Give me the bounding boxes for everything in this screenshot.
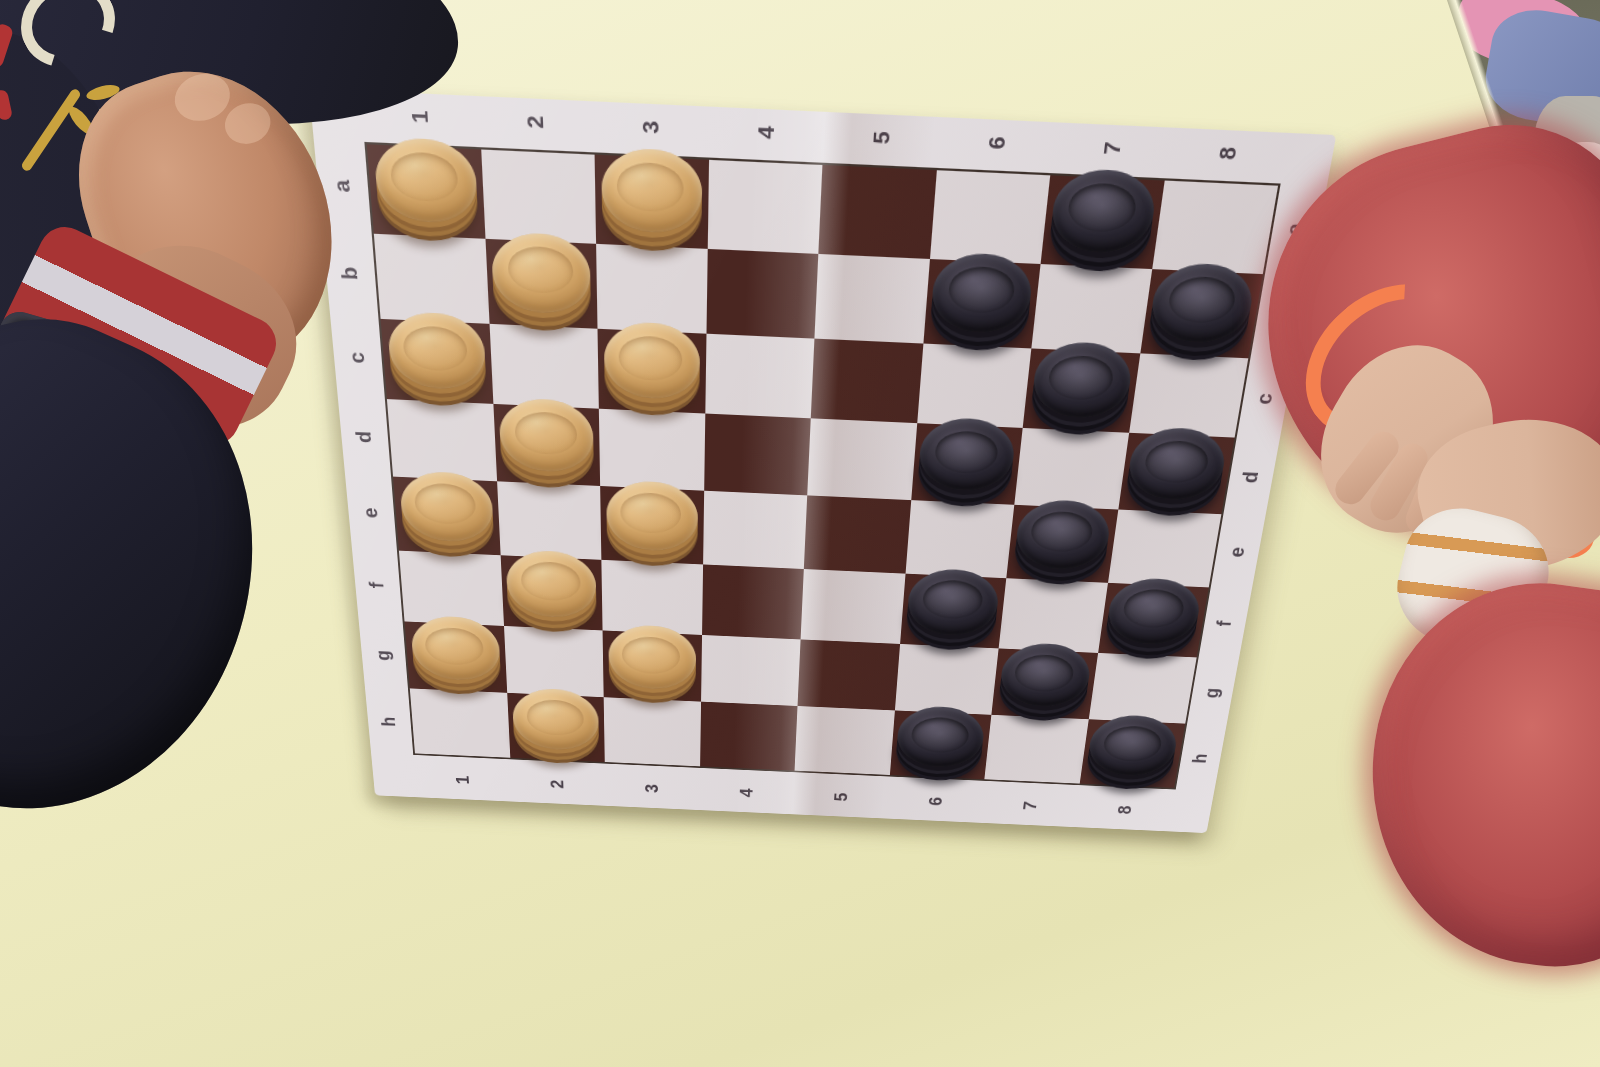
piece-top-dish (514, 410, 577, 455)
square-d4[interactable] (704, 414, 811, 496)
top-file-label-5: 5 (866, 124, 896, 151)
checker-dark-h6[interactable] (896, 705, 987, 769)
checker-light-g3[interactable] (608, 624, 696, 691)
left-rank-label-c: c (342, 346, 371, 370)
square-d6[interactable] (911, 423, 1023, 504)
piece-top-dish (619, 335, 683, 382)
embroidery-gold-leaf (85, 82, 121, 103)
square-e1[interactable] (393, 477, 500, 555)
piece-top-dish (1166, 276, 1238, 324)
square-b4[interactable] (706, 249, 818, 338)
square-h6[interactable] (889, 711, 991, 780)
adult-sleeve-side (0, 7, 182, 484)
square-f4[interactable] (702, 564, 804, 639)
left-rank-label-g: g (370, 645, 396, 665)
piece-top-dish (520, 561, 580, 602)
right-rank-label-e: e (1222, 542, 1251, 563)
adult-striped-cuff (0, 218, 285, 453)
piece-top-dish (390, 152, 459, 203)
checker-dark-g7[interactable] (998, 642, 1093, 708)
top-file-label-2: 2 (520, 109, 550, 136)
square-a6[interactable] (929, 170, 1050, 264)
square-b1[interactable] (374, 233, 489, 323)
left-rank-label-b: b (335, 261, 365, 286)
square-f6[interactable] (900, 573, 1007, 648)
checkers-mat: 1234567812345678abcdefghabcdefgh (309, 88, 1336, 833)
piece-top-dish (1143, 439, 1211, 483)
piece-top-dish (526, 698, 584, 736)
checker-dark-h8[interactable] (1086, 714, 1181, 778)
square-e4[interactable] (703, 491, 808, 569)
square-b6[interactable] (923, 259, 1041, 348)
square-h5[interactable] (795, 706, 895, 775)
coordinate-labels: 1234567812345678abcdefghabcdefgh (309, 88, 1336, 135)
left-rank-label-a: a (327, 173, 357, 199)
square-b3[interactable] (596, 244, 707, 334)
square-d2[interactable] (493, 404, 600, 486)
piece-top-dish (1014, 654, 1076, 693)
square-b2[interactable] (485, 239, 598, 329)
sweater-embroidery (0, 0, 154, 204)
square-c2[interactable] (489, 323, 599, 409)
right-rank-label-f: f (1210, 614, 1239, 634)
photo-scene: 1234567812345678abcdefghabcdefgh (0, 0, 1600, 1067)
square-f5[interactable] (801, 569, 905, 644)
piece-top-dish (922, 579, 984, 620)
piece-top-dish (1030, 511, 1095, 553)
checker-dark-e7[interactable] (1013, 498, 1113, 570)
left-rank-label-h: h (376, 712, 402, 731)
square-f8[interactable] (1098, 583, 1209, 657)
square-e5[interactable] (804, 495, 911, 573)
checker-dark-b6[interactable] (930, 251, 1035, 334)
square-g6[interactable] (894, 643, 998, 715)
piece-top-dish (910, 716, 970, 753)
right-rank-label-h: h (1186, 749, 1213, 768)
square-c5[interactable] (811, 338, 923, 423)
checker-dark-c7[interactable] (1030, 341, 1135, 420)
square-d8[interactable] (1118, 433, 1235, 514)
square-c3[interactable] (597, 328, 705, 414)
checker-dark-a7[interactable] (1048, 168, 1159, 255)
square-c8[interactable] (1129, 353, 1249, 438)
embroidery-red-detail (0, 89, 13, 121)
adult-wrist (69, 217, 323, 457)
square-e6[interactable] (905, 500, 1014, 578)
embroidery-red-detail (0, 22, 14, 69)
checker-dark-f6[interactable] (906, 567, 1001, 636)
left-rank-label-d: d (350, 426, 378, 449)
square-g3[interactable] (603, 630, 702, 702)
piece-top-dish (402, 325, 468, 372)
checker-light-h2[interactable] (512, 687, 599, 751)
top-file-label-8: 8 (1211, 140, 1244, 167)
child-striped-wristband (1386, 496, 1561, 663)
square-f3[interactable] (601, 560, 702, 635)
checker-light-f2[interactable] (505, 549, 596, 619)
piece-top-dish (621, 492, 682, 535)
right-rank-label-d: d (1235, 466, 1265, 488)
square-h7[interactable] (984, 715, 1088, 784)
square-e3[interactable] (600, 486, 704, 564)
checker-light-a3[interactable] (601, 147, 702, 235)
square-a7[interactable] (1041, 175, 1165, 268)
piece-top-dish (617, 162, 684, 213)
square-g7[interactable] (991, 648, 1097, 719)
top-file-label-6: 6 (981, 130, 1012, 157)
wristwatch (0, 307, 90, 499)
bottom-file-label-2: 2 (545, 775, 569, 793)
left-rank-label-e: e (357, 502, 384, 524)
top-file-label-4: 4 (751, 119, 781, 146)
square-g2[interactable] (504, 626, 604, 698)
square-d5[interactable] (807, 419, 916, 501)
checker-light-b2[interactable] (491, 231, 591, 315)
right-rank-label-a: a (1278, 217, 1311, 243)
square-g5[interactable] (798, 639, 900, 711)
square-f7[interactable] (999, 578, 1108, 653)
right-rank-label-b: b (1263, 304, 1295, 328)
bottom-file-label-5: 5 (828, 788, 853, 806)
square-g8[interactable] (1088, 652, 1196, 723)
square-e2[interactable] (497, 481, 602, 559)
checker-dark-b8[interactable] (1148, 261, 1258, 344)
checker-light-g1[interactable] (409, 615, 500, 682)
bottom-file-label-6: 6 (923, 792, 948, 810)
child-second-hand (1405, 398, 1600, 592)
piece-top-dish (1102, 725, 1164, 762)
square-f2[interactable] (500, 555, 602, 630)
square-h2[interactable] (507, 693, 605, 762)
square-a2[interactable] (481, 149, 596, 243)
piece-top-dish (1121, 588, 1186, 629)
square-a4[interactable] (707, 160, 822, 254)
square-c1[interactable] (381, 318, 493, 404)
piece-top-dish (507, 245, 573, 294)
child-forearm (1291, 317, 1523, 561)
checker-light-c3[interactable] (603, 321, 700, 401)
square-h4[interactable] (700, 702, 798, 771)
checker-light-d2[interactable] (498, 397, 594, 473)
checkers-board-grid (364, 142, 1280, 790)
square-b8[interactable] (1140, 269, 1263, 358)
square-b5[interactable] (814, 254, 929, 343)
square-h1[interactable] (410, 689, 510, 758)
embroidery-cream-loop (5, 0, 130, 84)
piece-top-dish (934, 430, 1000, 474)
top-file-label-1: 1 (405, 103, 435, 130)
piece-top-dish (622, 636, 680, 675)
child-lower-sleeve (1347, 562, 1600, 986)
square-b7[interactable] (1031, 264, 1151, 353)
square-a5[interactable] (818, 165, 936, 259)
embroidery-gold-leaf (65, 103, 97, 137)
adult-forearm-sleeve (0, 267, 330, 872)
child-finger (1401, 449, 1460, 538)
square-a1[interactable] (367, 144, 485, 238)
piece-top-dish (1067, 183, 1139, 234)
square-h3[interactable] (604, 697, 701, 766)
piece-top-dish (1047, 355, 1116, 401)
bottom-file-label-1: 1 (450, 771, 475, 789)
checker-light-e3[interactable] (606, 480, 698, 553)
piece-top-dish (414, 483, 477, 526)
square-e8[interactable] (1108, 509, 1222, 587)
coral-cuff-tip (1544, 516, 1594, 558)
square-c7[interactable] (1023, 348, 1140, 433)
square-c6[interactable] (917, 343, 1032, 428)
checker-dark-d8[interactable] (1125, 426, 1230, 502)
square-e7[interactable] (1006, 505, 1118, 583)
bottom-file-label-4: 4 (734, 784, 758, 802)
piece-top-dish (947, 266, 1016, 315)
checker-light-a1[interactable] (372, 136, 478, 224)
square-f1[interactable] (399, 550, 504, 625)
square-a3[interactable] (595, 155, 709, 249)
knuckle-highlight (169, 67, 236, 128)
square-d7[interactable] (1014, 428, 1128, 509)
checker-light-e1[interactable] (398, 470, 494, 543)
square-g4[interactable] (701, 635, 801, 707)
right-rank-label-c: c (1249, 387, 1280, 410)
square-a8[interactable] (1152, 181, 1278, 274)
bottom-file-label-7: 7 (1017, 797, 1043, 815)
checker-dark-f8[interactable] (1105, 576, 1204, 645)
top-file-label-7: 7 (1096, 135, 1128, 162)
checker-light-c1[interactable] (386, 311, 486, 391)
bottom-file-label-3: 3 (640, 779, 664, 797)
piece-top-dish (424, 627, 484, 666)
embroidery-gold-branch (20, 87, 82, 172)
child-finger (1329, 426, 1404, 511)
checker-dark-d6[interactable] (917, 417, 1017, 493)
square-d3[interactable] (599, 409, 705, 491)
white-sock (1550, 142, 1600, 222)
right-rank-label-g: g (1198, 683, 1226, 703)
bottom-file-label-8: 8 (1111, 801, 1137, 819)
square-h8[interactable] (1079, 719, 1185, 787)
square-d1[interactable] (387, 399, 497, 481)
knuckle-highlight (220, 97, 276, 149)
left-rank-label-f: f (363, 575, 390, 596)
square-c4[interactable] (705, 333, 815, 418)
child-finger (1365, 438, 1433, 526)
square-g1[interactable] (404, 621, 506, 693)
top-file-label-3: 3 (636, 114, 665, 141)
